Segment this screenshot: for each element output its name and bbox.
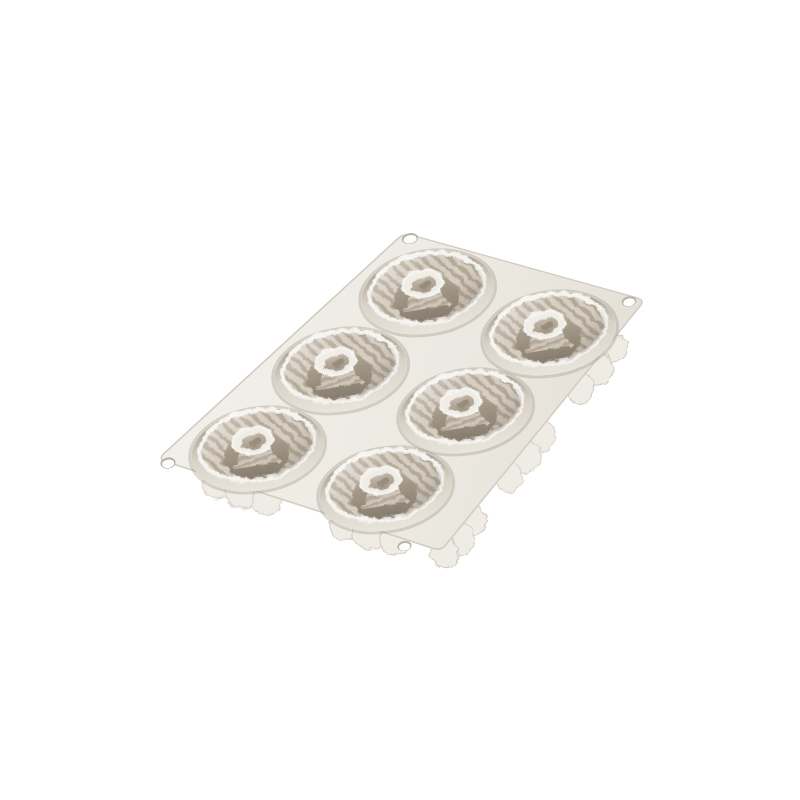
baking-mold (159, 232, 642, 575)
product-photo-canvas (0, 0, 800, 800)
baking-mold-photo (0, 0, 800, 800)
